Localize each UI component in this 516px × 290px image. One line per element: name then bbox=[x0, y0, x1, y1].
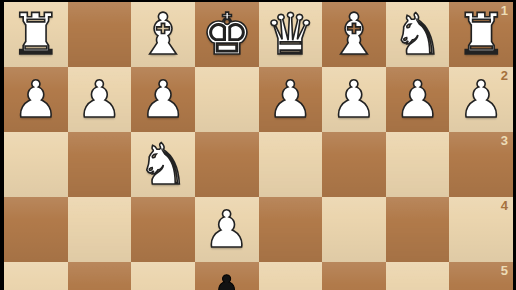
white-bishop-c1[interactable]: ♝ bbox=[328, 6, 379, 63]
square-f5[interactable] bbox=[131, 262, 195, 290]
square-g2[interactable]: ♟ bbox=[68, 67, 132, 132]
square-h4[interactable] bbox=[4, 197, 68, 262]
square-e1[interactable]: ♚ bbox=[195, 2, 259, 67]
square-h5[interactable] bbox=[4, 262, 68, 290]
square-g3[interactable] bbox=[68, 132, 132, 197]
white-pawn-f2[interactable]: ♟ bbox=[140, 74, 186, 125]
square-e4[interactable]: ♟ bbox=[195, 197, 259, 262]
square-g1[interactable] bbox=[68, 2, 132, 67]
white-pawn-d2[interactable]: ♟ bbox=[267, 74, 313, 125]
black-pawn-e5[interactable]: ♟ bbox=[204, 269, 250, 290]
rank-label-4: 4 bbox=[501, 199, 508, 212]
square-b4[interactable] bbox=[386, 197, 450, 262]
square-f3[interactable]: ♞ bbox=[131, 132, 195, 197]
square-h3[interactable] bbox=[4, 132, 68, 197]
square-c3[interactable] bbox=[322, 132, 386, 197]
white-rook-a1[interactable]: ♜ bbox=[456, 6, 507, 63]
square-b2[interactable]: ♟ bbox=[386, 67, 450, 132]
square-d4[interactable] bbox=[259, 197, 323, 262]
square-a2[interactable]: ♟2 bbox=[449, 67, 513, 132]
white-bishop-f1[interactable]: ♝ bbox=[138, 6, 189, 63]
square-d3[interactable] bbox=[259, 132, 323, 197]
square-c2[interactable]: ♟ bbox=[322, 67, 386, 132]
square-b3[interactable] bbox=[386, 132, 450, 197]
white-pawn-g2[interactable]: ♟ bbox=[77, 74, 123, 125]
square-a1[interactable]: ♜1 bbox=[449, 2, 513, 67]
square-e3[interactable] bbox=[195, 132, 259, 197]
white-knight-f3[interactable]: ♞ bbox=[138, 136, 189, 193]
white-pawn-b2[interactable]: ♟ bbox=[395, 74, 441, 125]
square-c1[interactable]: ♝ bbox=[322, 2, 386, 67]
white-pawn-h2[interactable]: ♟ bbox=[13, 74, 59, 125]
square-a5[interactable]: 5 bbox=[449, 262, 513, 290]
white-pawn-e4[interactable]: ♟ bbox=[204, 204, 250, 255]
square-c4[interactable] bbox=[322, 197, 386, 262]
square-e2[interactable] bbox=[195, 67, 259, 132]
white-queen-d1[interactable]: ♛ bbox=[265, 6, 316, 63]
square-f1[interactable]: ♝ bbox=[131, 2, 195, 67]
square-d5[interactable] bbox=[259, 262, 323, 290]
white-pawn-a2[interactable]: ♟ bbox=[458, 74, 504, 125]
square-d1[interactable]: ♛ bbox=[259, 2, 323, 67]
chessboard: ♜♝♚♛♝♞♜1♟♟♟♟♟♟♟2♞3♟4♟5 bbox=[4, 2, 513, 290]
white-king-e1[interactable]: ♚ bbox=[201, 6, 252, 63]
square-f4[interactable] bbox=[131, 197, 195, 262]
white-knight-b1[interactable]: ♞ bbox=[392, 6, 443, 63]
square-h2[interactable]: ♟ bbox=[4, 67, 68, 132]
rank-label-2: 2 bbox=[501, 69, 508, 82]
square-a4[interactable]: 4 bbox=[449, 197, 513, 262]
square-g5[interactable] bbox=[68, 262, 132, 290]
white-pawn-c2[interactable]: ♟ bbox=[331, 74, 377, 125]
square-g4[interactable] bbox=[68, 197, 132, 262]
rank-label-1: 1 bbox=[501, 4, 508, 17]
square-h1[interactable]: ♜ bbox=[4, 2, 68, 67]
square-c5[interactable] bbox=[322, 262, 386, 290]
square-f2[interactable]: ♟ bbox=[131, 67, 195, 132]
square-e5[interactable]: ♟ bbox=[195, 262, 259, 290]
square-b5[interactable] bbox=[386, 262, 450, 290]
white-rook-h1[interactable]: ♜ bbox=[10, 6, 61, 63]
square-b1[interactable]: ♞ bbox=[386, 2, 450, 67]
game-viewport: ♜♝♚♛♝♞♜1♟♟♟♟♟♟♟2♞3♟4♟5 bbox=[0, 0, 516, 290]
square-d2[interactable]: ♟ bbox=[259, 67, 323, 132]
rank-label-5: 5 bbox=[501, 264, 508, 277]
square-a3[interactable]: 3 bbox=[449, 132, 513, 197]
rank-label-3: 3 bbox=[501, 134, 508, 147]
